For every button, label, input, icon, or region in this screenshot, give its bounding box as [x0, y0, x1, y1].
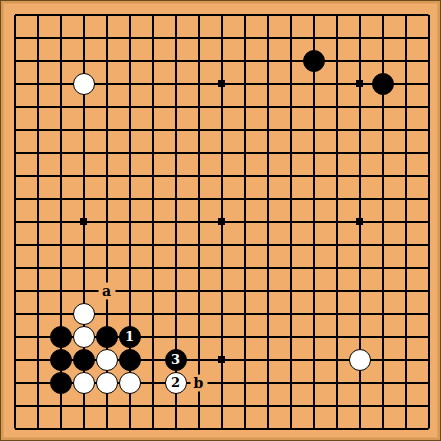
white-stone-4-17 — [73, 372, 95, 394]
intersection-11-14 — [233, 302, 256, 325]
intersection-3-18 — [49, 394, 72, 417]
intersection-10-4 — [210, 72, 233, 95]
intersection-7-1 — [141, 3, 164, 26]
intersection-1-4 — [3, 72, 26, 95]
intersection-17-13 — [371, 279, 394, 302]
intersection-16-6 — [348, 118, 371, 141]
intersection-14-2 — [302, 26, 325, 49]
intersection-10-15 — [210, 325, 233, 348]
intersection-1-12 — [3, 256, 26, 279]
go-board-grid: a132b — [3, 3, 440, 440]
intersection-9-10 — [187, 210, 210, 233]
intersection-5-2 — [95, 26, 118, 49]
white-stone-5-17 — [96, 372, 118, 394]
intersection-8-1 — [164, 3, 187, 26]
intersection-11-1 — [233, 3, 256, 26]
white-stone-6-17 — [119, 372, 141, 394]
intersection-3-2 — [49, 26, 72, 49]
intersection-7-12 — [141, 256, 164, 279]
intersection-14-8 — [302, 164, 325, 187]
intersection-12-15 — [256, 325, 279, 348]
intersection-19-5 — [417, 95, 440, 118]
intersection-8-4 — [164, 72, 187, 95]
move-3-black-stone-8-16: 3 — [165, 349, 187, 371]
intersection-1-2 — [3, 26, 26, 49]
intersection-18-11 — [394, 233, 417, 256]
intersection-8-7 — [164, 141, 187, 164]
intersection-1-19 — [3, 417, 26, 440]
intersection-10-6 — [210, 118, 233, 141]
intersection-13-4 — [279, 72, 302, 95]
intersection-17-14 — [371, 302, 394, 325]
intersection-5-16 — [95, 348, 118, 371]
intersection-10-16 — [210, 348, 233, 371]
intersection-15-12 — [325, 256, 348, 279]
intersection-4-16 — [72, 348, 95, 371]
intersection-14-1 — [302, 3, 325, 26]
intersection-11-3 — [233, 49, 256, 72]
intersection-2-9 — [26, 187, 49, 210]
intersection-19-11 — [417, 233, 440, 256]
intersection-7-2 — [141, 26, 164, 49]
intersection-17-10 — [371, 210, 394, 233]
intersection-9-7 — [187, 141, 210, 164]
intersection-16-17 — [348, 371, 371, 394]
intersection-7-6 — [141, 118, 164, 141]
intersection-13-6 — [279, 118, 302, 141]
intersection-10-5 — [210, 95, 233, 118]
intersection-6-10 — [118, 210, 141, 233]
intersection-18-10 — [394, 210, 417, 233]
intersection-5-18 — [95, 394, 118, 417]
intersection-18-19 — [394, 417, 417, 440]
intersection-7-16 — [141, 348, 164, 371]
intersection-17-8 — [371, 164, 394, 187]
intersection-10-3 — [210, 49, 233, 72]
intersection-1-8 — [3, 164, 26, 187]
intersection-3-19 — [49, 417, 72, 440]
intersection-1-9 — [3, 187, 26, 210]
intersection-19-6 — [417, 118, 440, 141]
intersection-11-18 — [233, 394, 256, 417]
intersection-12-1 — [256, 3, 279, 26]
intersection-17-19 — [371, 417, 394, 440]
intersection-11-16 — [233, 348, 256, 371]
intersection-10-14 — [210, 302, 233, 325]
intersection-18-6 — [394, 118, 417, 141]
intersection-12-17 — [256, 371, 279, 394]
intersection-3-9 — [49, 187, 72, 210]
intersection-13-8 — [279, 164, 302, 187]
intersection-13-15 — [279, 325, 302, 348]
intersection-7-11 — [141, 233, 164, 256]
intersection-16-15 — [348, 325, 371, 348]
intersection-5-11 — [95, 233, 118, 256]
intersection-19-9 — [417, 187, 440, 210]
intersection-12-13 — [256, 279, 279, 302]
intersection-9-17: b — [187, 371, 210, 394]
intersection-18-4 — [394, 72, 417, 95]
intersection-2-18 — [26, 394, 49, 417]
intersection-18-15 — [394, 325, 417, 348]
intersection-6-6 — [118, 118, 141, 141]
intersection-14-14 — [302, 302, 325, 325]
intersection-6-8 — [118, 164, 141, 187]
intersection-6-7 — [118, 141, 141, 164]
intersection-18-9 — [394, 187, 417, 210]
intersection-8-11 — [164, 233, 187, 256]
intersection-12-14 — [256, 302, 279, 325]
intersection-5-1 — [95, 3, 118, 26]
intersection-17-12 — [371, 256, 394, 279]
intersection-11-15 — [233, 325, 256, 348]
intersection-2-17 — [26, 371, 49, 394]
intersection-7-3 — [141, 49, 164, 72]
intersection-4-17 — [72, 371, 95, 394]
intersection-9-9 — [187, 187, 210, 210]
intersection-3-15 — [49, 325, 72, 348]
intersection-3-1 — [49, 3, 72, 26]
intersection-8-12 — [164, 256, 187, 279]
intersection-13-18 — [279, 394, 302, 417]
intersection-7-10 — [141, 210, 164, 233]
intersection-4-7 — [72, 141, 95, 164]
intersection-17-4 — [371, 72, 394, 95]
intersection-6-17 — [118, 371, 141, 394]
intersection-4-19 — [72, 417, 95, 440]
intersection-10-19 — [210, 417, 233, 440]
white-stone-16-16 — [349, 349, 371, 371]
intersection-16-2 — [348, 26, 371, 49]
intersection-12-18 — [256, 394, 279, 417]
intersection-8-14 — [164, 302, 187, 325]
white-stone-4-15 — [73, 326, 95, 348]
intersection-6-14 — [118, 302, 141, 325]
intersection-10-7 — [210, 141, 233, 164]
intersection-2-5 — [26, 95, 49, 118]
intersection-7-5 — [141, 95, 164, 118]
intersection-4-8 — [72, 164, 95, 187]
intersection-15-17 — [325, 371, 348, 394]
intersection-5-7 — [95, 141, 118, 164]
intersection-11-11 — [233, 233, 256, 256]
intersection-4-14 — [72, 302, 95, 325]
intersection-5-19 — [95, 417, 118, 440]
intersection-18-14 — [394, 302, 417, 325]
intersection-14-16 — [302, 348, 325, 371]
intersection-6-12 — [118, 256, 141, 279]
intersection-7-14 — [141, 302, 164, 325]
intersection-1-6 — [3, 118, 26, 141]
intersection-1-18 — [3, 394, 26, 417]
intersection-1-3 — [3, 49, 26, 72]
intersection-8-16: 3 — [164, 348, 187, 371]
intersection-8-18 — [164, 394, 187, 417]
intersection-8-15 — [164, 325, 187, 348]
intersection-6-15: 1 — [118, 325, 141, 348]
intersection-15-4 — [325, 72, 348, 95]
intersection-13-17 — [279, 371, 302, 394]
intersection-7-19 — [141, 417, 164, 440]
intersection-8-17: 2 — [164, 371, 187, 394]
intersection-5-12 — [95, 256, 118, 279]
intersection-13-14 — [279, 302, 302, 325]
intersection-9-11 — [187, 233, 210, 256]
intersection-5-6 — [95, 118, 118, 141]
intersection-2-13 — [26, 279, 49, 302]
intersection-15-19 — [325, 417, 348, 440]
intersection-11-2 — [233, 26, 256, 49]
intersection-11-8 — [233, 164, 256, 187]
intersection-2-11 — [26, 233, 49, 256]
point-label-b: b — [190, 374, 207, 391]
intersection-19-14 — [417, 302, 440, 325]
intersection-17-16 — [371, 348, 394, 371]
intersection-13-12 — [279, 256, 302, 279]
intersection-6-19 — [118, 417, 141, 440]
intersection-4-13 — [72, 279, 95, 302]
intersection-16-11 — [348, 233, 371, 256]
intersection-15-1 — [325, 3, 348, 26]
intersection-17-7 — [371, 141, 394, 164]
intersection-11-4 — [233, 72, 256, 95]
intersection-6-3 — [118, 49, 141, 72]
intersection-15-18 — [325, 394, 348, 417]
intersection-2-1 — [26, 3, 49, 26]
intersection-13-2 — [279, 26, 302, 49]
intersection-12-7 — [256, 141, 279, 164]
black-stone-4-16 — [73, 349, 95, 371]
intersection-13-16 — [279, 348, 302, 371]
intersection-7-17 — [141, 371, 164, 394]
intersection-11-10 — [233, 210, 256, 233]
intersection-10-12 — [210, 256, 233, 279]
intersection-13-10 — [279, 210, 302, 233]
white-stone-4-4 — [73, 73, 95, 95]
intersection-3-17 — [49, 371, 72, 394]
intersection-4-15 — [72, 325, 95, 348]
black-stone-6-16 — [119, 349, 141, 371]
intersection-13-13 — [279, 279, 302, 302]
intersection-14-5 — [302, 95, 325, 118]
intersection-11-7 — [233, 141, 256, 164]
intersection-12-16 — [256, 348, 279, 371]
intersection-9-19 — [187, 417, 210, 440]
intersection-2-19 — [26, 417, 49, 440]
intersection-17-15 — [371, 325, 394, 348]
intersection-3-14 — [49, 302, 72, 325]
intersection-9-13 — [187, 279, 210, 302]
intersection-7-13 — [141, 279, 164, 302]
intersection-19-15 — [417, 325, 440, 348]
intersection-17-6 — [371, 118, 394, 141]
intersection-18-16 — [394, 348, 417, 371]
intersection-3-6 — [49, 118, 72, 141]
intersection-8-2 — [164, 26, 187, 49]
intersection-17-1 — [371, 3, 394, 26]
intersection-14-7 — [302, 141, 325, 164]
move-2-white-stone-8-17: 2 — [165, 372, 187, 394]
intersection-4-4 — [72, 72, 95, 95]
intersection-2-2 — [26, 26, 49, 49]
intersection-9-4 — [187, 72, 210, 95]
intersection-2-15 — [26, 325, 49, 348]
intersection-15-13 — [325, 279, 348, 302]
intersection-13-11 — [279, 233, 302, 256]
intersection-12-19 — [256, 417, 279, 440]
intersection-16-7 — [348, 141, 371, 164]
intersection-14-18 — [302, 394, 325, 417]
intersection-15-7 — [325, 141, 348, 164]
intersection-10-10 — [210, 210, 233, 233]
intersection-1-11 — [3, 233, 26, 256]
intersection-18-12 — [394, 256, 417, 279]
intersection-2-4 — [26, 72, 49, 95]
intersection-11-17 — [233, 371, 256, 394]
intersection-5-5 — [95, 95, 118, 118]
intersection-17-5 — [371, 95, 394, 118]
intersection-3-12 — [49, 256, 72, 279]
intersection-18-13 — [394, 279, 417, 302]
intersection-15-10 — [325, 210, 348, 233]
intersection-16-16 — [348, 348, 371, 371]
intersection-16-13 — [348, 279, 371, 302]
black-stone-3-16 — [50, 349, 72, 371]
intersection-14-19 — [302, 417, 325, 440]
intersection-4-6 — [72, 118, 95, 141]
intersection-6-9 — [118, 187, 141, 210]
intersection-1-5 — [3, 95, 26, 118]
intersection-9-15 — [187, 325, 210, 348]
intersection-16-4 — [348, 72, 371, 95]
intersection-3-7 — [49, 141, 72, 164]
intersection-15-16 — [325, 348, 348, 371]
intersection-5-8 — [95, 164, 118, 187]
intersection-16-3 — [348, 49, 371, 72]
intersection-19-4 — [417, 72, 440, 95]
intersection-4-1 — [72, 3, 95, 26]
intersection-6-5 — [118, 95, 141, 118]
intersection-9-18 — [187, 394, 210, 417]
intersection-15-9 — [325, 187, 348, 210]
intersection-12-11 — [256, 233, 279, 256]
intersection-3-3 — [49, 49, 72, 72]
intersection-12-8 — [256, 164, 279, 187]
intersection-19-10 — [417, 210, 440, 233]
intersection-9-12 — [187, 256, 210, 279]
point-label-a: a — [98, 282, 115, 299]
intersection-4-11 — [72, 233, 95, 256]
intersection-5-4 — [95, 72, 118, 95]
intersection-2-7 — [26, 141, 49, 164]
intersection-14-15 — [302, 325, 325, 348]
intersection-16-12 — [348, 256, 371, 279]
intersection-17-9 — [371, 187, 394, 210]
intersection-6-16 — [118, 348, 141, 371]
intersection-10-17 — [210, 371, 233, 394]
intersection-12-5 — [256, 95, 279, 118]
intersection-7-4 — [141, 72, 164, 95]
intersection-6-2 — [118, 26, 141, 49]
intersection-19-18 — [417, 394, 440, 417]
intersection-9-5 — [187, 95, 210, 118]
intersection-14-12 — [302, 256, 325, 279]
intersection-6-1 — [118, 3, 141, 26]
intersection-4-3 — [72, 49, 95, 72]
intersection-10-9 — [210, 187, 233, 210]
intersection-4-12 — [72, 256, 95, 279]
intersection-11-19 — [233, 417, 256, 440]
intersection-10-13 — [210, 279, 233, 302]
intersection-3-5 — [49, 95, 72, 118]
intersection-18-18 — [394, 394, 417, 417]
intersection-18-17 — [394, 371, 417, 394]
intersection-18-3 — [394, 49, 417, 72]
intersection-18-7 — [394, 141, 417, 164]
intersection-9-8 — [187, 164, 210, 187]
intersection-3-11 — [49, 233, 72, 256]
intersection-15-3 — [325, 49, 348, 72]
intersection-6-18 — [118, 394, 141, 417]
intersection-8-6 — [164, 118, 187, 141]
intersection-16-9 — [348, 187, 371, 210]
intersection-19-17 — [417, 371, 440, 394]
intersection-13-7 — [279, 141, 302, 164]
intersection-13-9 — [279, 187, 302, 210]
intersection-1-14 — [3, 302, 26, 325]
intersection-19-7 — [417, 141, 440, 164]
intersection-6-11 — [118, 233, 141, 256]
intersection-17-2 — [371, 26, 394, 49]
intersection-15-2 — [325, 26, 348, 49]
intersection-5-10 — [95, 210, 118, 233]
intersection-10-2 — [210, 26, 233, 49]
intersection-16-5 — [348, 95, 371, 118]
intersection-4-18 — [72, 394, 95, 417]
intersection-13-3 — [279, 49, 302, 72]
intersection-12-9 — [256, 187, 279, 210]
intersection-1-10 — [3, 210, 26, 233]
intersection-9-14 — [187, 302, 210, 325]
intersection-14-10 — [302, 210, 325, 233]
intersection-12-12 — [256, 256, 279, 279]
intersection-12-6 — [256, 118, 279, 141]
white-stone-5-16 — [96, 349, 118, 371]
intersection-7-9 — [141, 187, 164, 210]
intersection-5-14 — [95, 302, 118, 325]
intersection-16-19 — [348, 417, 371, 440]
intersection-11-5 — [233, 95, 256, 118]
intersection-3-8 — [49, 164, 72, 187]
intersection-10-18 — [210, 394, 233, 417]
intersection-14-4 — [302, 72, 325, 95]
intersection-18-5 — [394, 95, 417, 118]
intersection-4-9 — [72, 187, 95, 210]
intersection-6-13 — [118, 279, 141, 302]
intersection-4-10 — [72, 210, 95, 233]
white-stone-4-14 — [73, 303, 95, 325]
intersection-2-8 — [26, 164, 49, 187]
black-stone-5-15 — [96, 326, 118, 348]
intersection-7-15 — [141, 325, 164, 348]
intersection-7-8 — [141, 164, 164, 187]
intersection-16-14 — [348, 302, 371, 325]
intersection-2-6 — [26, 118, 49, 141]
intersection-14-13 — [302, 279, 325, 302]
intersection-17-11 — [371, 233, 394, 256]
intersection-8-5 — [164, 95, 187, 118]
intersection-8-3 — [164, 49, 187, 72]
